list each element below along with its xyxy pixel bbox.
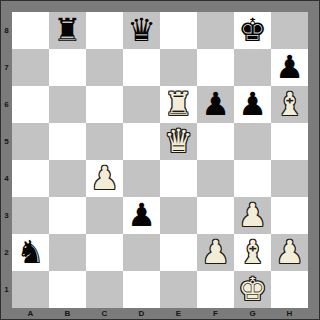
square-c8[interactable] [86, 12, 123, 49]
square-b8[interactable]: ♜ [49, 12, 86, 49]
square-d7[interactable] [123, 49, 160, 86]
square-a4[interactable] [12, 160, 49, 197]
square-d4[interactable] [123, 160, 160, 197]
square-a5[interactable] [12, 123, 49, 160]
square-c7[interactable] [86, 49, 123, 86]
square-b1[interactable] [49, 271, 86, 308]
white-pawn: ♟ [238, 197, 267, 234]
white-queen: ♛ [164, 123, 193, 160]
square-c2[interactable] [86, 234, 123, 271]
file-label-g: G [234, 308, 271, 319]
square-h8[interactable] [271, 12, 308, 49]
white-king: ♚ [238, 271, 267, 308]
file-label-h: H [271, 308, 308, 319]
black-rook: ♜ [53, 12, 82, 49]
white-pawn: ♟ [275, 234, 304, 271]
square-b7[interactable] [49, 49, 86, 86]
black-pawn: ♟ [201, 86, 230, 123]
square-a6[interactable] [12, 86, 49, 123]
square-e2[interactable] [160, 234, 197, 271]
black-king: ♚ [238, 12, 267, 49]
square-e8[interactable] [160, 12, 197, 49]
square-f5[interactable] [197, 123, 234, 160]
square-h3[interactable] [271, 197, 308, 234]
square-e1[interactable] [160, 271, 197, 308]
square-h6[interactable]: ♝ [271, 86, 308, 123]
square-d3[interactable]: ♟ [123, 197, 160, 234]
square-d5[interactable] [123, 123, 160, 160]
square-f3[interactable] [197, 197, 234, 234]
rank-label-7: 7 [1, 49, 12, 86]
file-label-e: E [160, 308, 197, 319]
square-d1[interactable] [123, 271, 160, 308]
white-rook: ♜ [164, 86, 193, 123]
black-pawn: ♟ [127, 197, 156, 234]
square-b3[interactable] [49, 197, 86, 234]
square-e6[interactable]: ♜ [160, 86, 197, 123]
square-b4[interactable] [49, 160, 86, 197]
file-label-c: C [86, 308, 123, 319]
square-h2[interactable]: ♟ [271, 234, 308, 271]
square-g8[interactable]: ♚ [234, 12, 271, 49]
square-f6[interactable]: ♟ [197, 86, 234, 123]
rank-labels: 87654321 [1, 12, 12, 308]
square-g6[interactable]: ♟ [234, 86, 271, 123]
square-c5[interactable] [86, 123, 123, 160]
square-g7[interactable] [234, 49, 271, 86]
square-d6[interactable] [123, 86, 160, 123]
square-a8[interactable] [12, 12, 49, 49]
square-b6[interactable] [49, 86, 86, 123]
square-e5[interactable]: ♛ [160, 123, 197, 160]
file-label-a: A [12, 308, 49, 319]
square-b5[interactable] [49, 123, 86, 160]
rank-label-5: 5 [1, 123, 12, 160]
square-g1[interactable]: ♚ [234, 271, 271, 308]
square-g4[interactable] [234, 160, 271, 197]
square-d2[interactable] [123, 234, 160, 271]
square-e7[interactable] [160, 49, 197, 86]
rank-label-1: 1 [1, 271, 12, 308]
square-f2[interactable]: ♟ [197, 234, 234, 271]
square-c3[interactable] [86, 197, 123, 234]
black-knight: ♞ [16, 234, 45, 271]
rank-label-3: 3 [1, 197, 12, 234]
square-c6[interactable] [86, 86, 123, 123]
square-b2[interactable] [49, 234, 86, 271]
square-d8[interactable]: ♛ [123, 12, 160, 49]
rank-label-4: 4 [1, 160, 12, 197]
white-pawn: ♟ [201, 234, 230, 271]
file-label-f: F [197, 308, 234, 319]
square-c4[interactable]: ♟ [86, 160, 123, 197]
square-a7[interactable] [12, 49, 49, 86]
square-f7[interactable] [197, 49, 234, 86]
file-label-d: D [123, 308, 160, 319]
black-pawn: ♟ [275, 49, 304, 86]
square-h7[interactable]: ♟ [271, 49, 308, 86]
square-f1[interactable] [197, 271, 234, 308]
square-a1[interactable] [12, 271, 49, 308]
square-e4[interactable] [160, 160, 197, 197]
white-bishop: ♝ [238, 234, 267, 271]
white-bishop: ♝ [275, 86, 304, 123]
square-h4[interactable] [271, 160, 308, 197]
square-g3[interactable]: ♟ [234, 197, 271, 234]
square-e3[interactable] [160, 197, 197, 234]
square-h5[interactable] [271, 123, 308, 160]
square-g2[interactable]: ♝ [234, 234, 271, 271]
file-labels: ABCDEFGH [12, 308, 308, 319]
square-f8[interactable] [197, 12, 234, 49]
rank-label-8: 8 [1, 12, 12, 49]
chess-board-frame: ♜♛♚♟♜♟♟♝♛♟♟♟♞♟♝♟♚ 87654321 ABCDEFGH [0, 0, 320, 320]
black-pawn: ♟ [238, 86, 267, 123]
rank-label-6: 6 [1, 86, 12, 123]
square-f4[interactable] [197, 160, 234, 197]
square-h1[interactable] [271, 271, 308, 308]
square-a2[interactable]: ♞ [12, 234, 49, 271]
square-g5[interactable] [234, 123, 271, 160]
black-queen: ♛ [127, 12, 156, 49]
rank-label-2: 2 [1, 234, 12, 271]
chess-board: ♜♛♚♟♜♟♟♝♛♟♟♟♞♟♝♟♚ [12, 12, 308, 308]
square-c1[interactable] [86, 271, 123, 308]
square-a3[interactable] [12, 197, 49, 234]
file-label-b: B [49, 308, 86, 319]
white-pawn: ♟ [90, 160, 119, 197]
